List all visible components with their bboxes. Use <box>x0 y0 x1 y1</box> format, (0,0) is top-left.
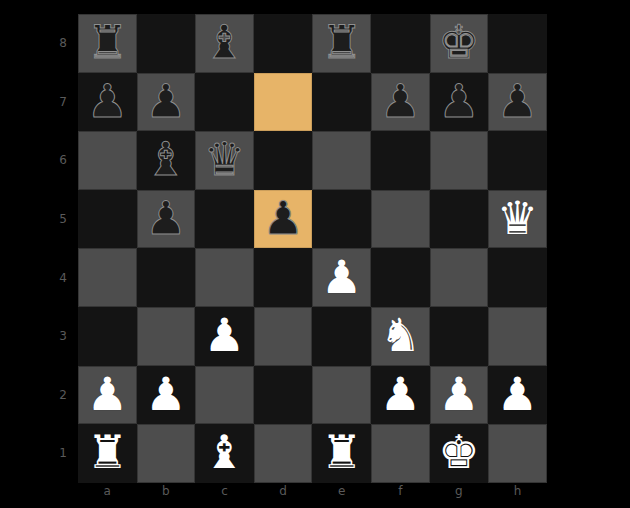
rank-label-4: 4 <box>54 248 72 307</box>
square-e5[interactable] <box>312 190 371 249</box>
square-g5[interactable] <box>430 190 489 249</box>
file-label-e: e <box>312 484 371 504</box>
square-f3[interactable]: ♞ <box>371 307 430 366</box>
square-e7[interactable] <box>312 73 371 132</box>
black-king-g8[interactable]: ♚ <box>438 19 479 65</box>
square-d8[interactable] <box>254 14 313 73</box>
black-pawn-b5[interactable]: ♟ <box>145 195 186 241</box>
square-b8[interactable] <box>137 14 196 73</box>
white-rook-a1[interactable]: ♜ <box>87 429 128 475</box>
square-c5[interactable] <box>195 190 254 249</box>
square-c2[interactable] <box>195 366 254 425</box>
rank-label-7: 7 <box>54 73 72 132</box>
square-e4[interactable]: ♟ <box>312 248 371 307</box>
square-f7[interactable]: ♟ <box>371 73 430 132</box>
square-c6[interactable]: ♛ <box>195 131 254 190</box>
square-h1[interactable] <box>488 424 547 483</box>
square-b5[interactable]: ♟ <box>137 190 196 249</box>
square-e1[interactable]: ♜ <box>312 424 371 483</box>
chess-app: ♜♝♜♚♟♟♟♟♟♝♛♟♟♛♟♟♞♟♟♟♟♟♜♝♜♚ 87654321 abcd… <box>0 0 630 508</box>
square-d6[interactable] <box>254 131 313 190</box>
black-bishop-c8[interactable]: ♝ <box>204 19 245 65</box>
square-d1[interactable] <box>254 424 313 483</box>
square-g4[interactable] <box>430 248 489 307</box>
square-b7[interactable]: ♟ <box>137 73 196 132</box>
square-a7[interactable]: ♟ <box>78 73 137 132</box>
white-pawn-c3[interactable]: ♟ <box>204 312 245 358</box>
file-label-a: a <box>78 484 137 504</box>
square-e3[interactable] <box>312 307 371 366</box>
black-rook-a8[interactable]: ♜ <box>87 19 128 65</box>
square-c3[interactable]: ♟ <box>195 307 254 366</box>
square-g3[interactable] <box>430 307 489 366</box>
square-g6[interactable] <box>430 131 489 190</box>
square-a1[interactable]: ♜ <box>78 424 137 483</box>
square-d4[interactable] <box>254 248 313 307</box>
file-label-h: h <box>488 484 547 504</box>
square-h2[interactable]: ♟ <box>488 366 547 425</box>
square-h3[interactable] <box>488 307 547 366</box>
square-e6[interactable] <box>312 131 371 190</box>
square-e8[interactable]: ♜ <box>312 14 371 73</box>
rank-label-1: 1 <box>54 424 72 483</box>
black-bishop-b6[interactable]: ♝ <box>145 136 186 182</box>
square-b4[interactable] <box>137 248 196 307</box>
square-h8[interactable] <box>488 14 547 73</box>
square-c1[interactable]: ♝ <box>195 424 254 483</box>
black-pawn-d5[interactable]: ♟ <box>262 195 303 241</box>
square-d5[interactable]: ♟ <box>254 190 313 249</box>
square-h6[interactable] <box>488 131 547 190</box>
white-pawn-b2[interactable]: ♟ <box>145 371 186 417</box>
black-pawn-a7[interactable]: ♟ <box>87 78 128 124</box>
white-king-g1[interactable]: ♚ <box>438 429 479 475</box>
file-label-b: b <box>137 484 196 504</box>
square-a6[interactable] <box>78 131 137 190</box>
square-d2[interactable] <box>254 366 313 425</box>
square-c7[interactable] <box>195 73 254 132</box>
square-f4[interactable] <box>371 248 430 307</box>
square-c8[interactable]: ♝ <box>195 14 254 73</box>
square-c4[interactable] <box>195 248 254 307</box>
white-bishop-c1[interactable]: ♝ <box>204 429 245 475</box>
white-pawn-f2[interactable]: ♟ <box>380 371 421 417</box>
square-a5[interactable] <box>78 190 137 249</box>
square-f8[interactable] <box>371 14 430 73</box>
square-f6[interactable] <box>371 131 430 190</box>
square-b2[interactable]: ♟ <box>137 366 196 425</box>
rank-label-6: 6 <box>54 131 72 190</box>
square-a8[interactable]: ♜ <box>78 14 137 73</box>
square-a3[interactable] <box>78 307 137 366</box>
square-e2[interactable] <box>312 366 371 425</box>
square-g7[interactable]: ♟ <box>430 73 489 132</box>
square-g8[interactable]: ♚ <box>430 14 489 73</box>
white-pawn-e4[interactable]: ♟ <box>321 254 362 300</box>
white-queen-h5[interactable]: ♛ <box>497 195 538 241</box>
file-label-c: c <box>195 484 254 504</box>
square-f2[interactable]: ♟ <box>371 366 430 425</box>
square-h5[interactable]: ♛ <box>488 190 547 249</box>
black-pawn-b7[interactable]: ♟ <box>145 78 186 124</box>
rank-label-3: 3 <box>54 307 72 366</box>
square-h7[interactable]: ♟ <box>488 73 547 132</box>
file-label-g: g <box>430 484 489 504</box>
square-d3[interactable] <box>254 307 313 366</box>
white-pawn-h2[interactable]: ♟ <box>497 371 538 417</box>
square-h4[interactable] <box>488 248 547 307</box>
white-pawn-g2[interactable]: ♟ <box>438 371 479 417</box>
rank-label-5: 5 <box>54 190 72 249</box>
square-b6[interactable]: ♝ <box>137 131 196 190</box>
black-pawn-f7[interactable]: ♟ <box>380 78 421 124</box>
rank-label-2: 2 <box>54 366 72 425</box>
chess-board: ♜♝♜♚♟♟♟♟♟♝♛♟♟♛♟♟♞♟♟♟♟♟♜♝♜♚ <box>78 14 547 483</box>
square-a4[interactable] <box>78 248 137 307</box>
black-pawn-g7[interactable]: ♟ <box>438 78 479 124</box>
square-g2[interactable]: ♟ <box>430 366 489 425</box>
file-label-f: f <box>371 484 430 504</box>
square-b1[interactable] <box>137 424 196 483</box>
white-rook-e1[interactable]: ♜ <box>321 429 362 475</box>
square-b3[interactable] <box>137 307 196 366</box>
black-pawn-h7[interactable]: ♟ <box>497 78 538 124</box>
file-label-d: d <box>254 484 313 504</box>
square-a2[interactable]: ♟ <box>78 366 137 425</box>
square-f1[interactable] <box>371 424 430 483</box>
black-queen-c6[interactable]: ♛ <box>204 136 245 182</box>
white-knight-f3[interactable]: ♞ <box>380 312 421 358</box>
rank-label-8: 8 <box>54 14 72 73</box>
square-f5[interactable] <box>371 190 430 249</box>
black-rook-e8[interactable]: ♜ <box>321 19 362 65</box>
square-g1[interactable]: ♚ <box>430 424 489 483</box>
square-d7[interactable] <box>254 73 313 132</box>
white-pawn-a2[interactable]: ♟ <box>87 371 128 417</box>
